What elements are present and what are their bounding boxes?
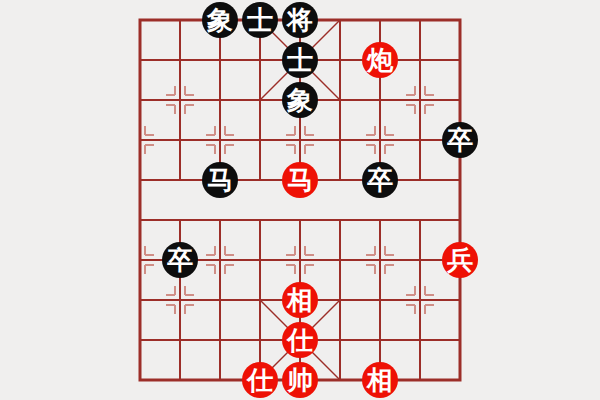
board-cell[interactable]: 兵 (440, 240, 480, 280)
board-cell[interactable]: 仕 (240, 360, 280, 400)
board-cell[interactable] (440, 40, 480, 80)
board-cell[interactable] (280, 200, 320, 240)
piece-red-general[interactable]: 帅 (282, 362, 318, 398)
board-cell[interactable]: 卒 (160, 240, 200, 280)
board-cell[interactable]: 卒 (440, 120, 480, 160)
board-cell[interactable] (120, 240, 160, 280)
board-cell[interactable] (200, 360, 240, 400)
board-cell[interactable] (280, 120, 320, 160)
board-cell[interactable] (320, 360, 360, 400)
board-cell[interactable] (240, 240, 280, 280)
board-cell[interactable]: 马 (200, 160, 240, 200)
board-cell[interactable] (120, 320, 160, 360)
piece-red-soldier[interactable]: 兵 (442, 242, 478, 278)
board-cell[interactable] (360, 280, 400, 320)
board-cell[interactable] (360, 240, 400, 280)
board-cell[interactable] (320, 320, 360, 360)
board-cell[interactable] (240, 120, 280, 160)
board-cell[interactable]: 卒 (360, 160, 400, 200)
board-cell[interactable]: 相 (360, 360, 400, 400)
board-cell[interactable] (320, 120, 360, 160)
board-cell[interactable] (200, 80, 240, 120)
board-cell[interactable] (320, 160, 360, 200)
board-cell[interactable] (120, 80, 160, 120)
board-cell[interactable] (200, 40, 240, 80)
piece-black-soldier[interactable]: 卒 (162, 242, 198, 278)
board-cell[interactable] (320, 80, 360, 120)
piece-red-advisor[interactable]: 仕 (242, 362, 278, 398)
board-cell[interactable] (440, 0, 480, 40)
board-cell[interactable] (440, 280, 480, 320)
board-cell[interactable] (120, 120, 160, 160)
board-cell[interactable] (400, 280, 440, 320)
board-cell[interactable] (320, 200, 360, 240)
piece-black-elephant[interactable]: 象 (282, 82, 318, 118)
board-cell[interactable] (400, 80, 440, 120)
board-cell[interactable] (440, 80, 480, 120)
board-cell[interactable] (440, 320, 480, 360)
board-cell[interactable] (160, 360, 200, 400)
board-cell[interactable] (120, 160, 160, 200)
piece-black-soldier[interactable]: 卒 (442, 122, 478, 158)
piece-red-horse[interactable]: 马 (282, 162, 318, 198)
board-cell[interactable]: 象 (200, 0, 240, 40)
board-cell[interactable] (400, 120, 440, 160)
piece-black-horse[interactable]: 马 (202, 162, 238, 198)
board-cell[interactable] (360, 120, 400, 160)
board-cell[interactable] (240, 320, 280, 360)
board-cell[interactable] (160, 0, 200, 40)
board-cell[interactable] (440, 200, 480, 240)
board-cell[interactable] (240, 80, 280, 120)
board-cell[interactable]: 士 (280, 40, 320, 80)
board-cell[interactable] (240, 160, 280, 200)
board-cell[interactable] (200, 120, 240, 160)
board-cell[interactable] (200, 280, 240, 320)
board-cell[interactable] (400, 0, 440, 40)
board-cell[interactable] (320, 240, 360, 280)
board-cell[interactable] (160, 160, 200, 200)
board-cell[interactable] (280, 240, 320, 280)
piece-black-elephant[interactable]: 象 (202, 2, 238, 38)
board-cell[interactable]: 将 (280, 0, 320, 40)
board-cell[interactable] (240, 280, 280, 320)
board-cell[interactable] (160, 80, 200, 120)
board-cell[interactable]: 帅 (280, 360, 320, 400)
board-cell[interactable] (160, 200, 200, 240)
board-cell[interactable] (400, 160, 440, 200)
board-cell[interactable] (400, 360, 440, 400)
board-cell[interactable] (160, 120, 200, 160)
board-cell[interactable]: 相 (280, 280, 320, 320)
board-cell[interactable] (120, 200, 160, 240)
board-cell[interactable] (120, 0, 160, 40)
board-cell[interactable] (400, 240, 440, 280)
board-cell[interactable]: 仕 (280, 320, 320, 360)
board-cell[interactable] (320, 280, 360, 320)
piece-red-elephant[interactable]: 相 (282, 282, 318, 318)
board-cell[interactable] (200, 320, 240, 360)
board-cell[interactable] (200, 240, 240, 280)
board-cell[interactable] (200, 200, 240, 240)
piece-red-cannon[interactable]: 炮 (362, 42, 398, 78)
board-cell[interactable] (360, 80, 400, 120)
board-cell[interactable]: 炮 (360, 40, 400, 80)
board-cell[interactable] (360, 0, 400, 40)
piece-black-advisor[interactable]: 士 (282, 42, 318, 78)
board-cell[interactable] (400, 200, 440, 240)
board-cell[interactable]: 象 (280, 80, 320, 120)
board-cell[interactable] (120, 40, 160, 80)
board-cell[interactable] (440, 160, 480, 200)
piece-red-elephant[interactable]: 相 (362, 362, 398, 398)
board-cell[interactable] (160, 280, 200, 320)
piece-black-general[interactable]: 将 (282, 2, 318, 38)
board-cell[interactable]: 马 (280, 160, 320, 200)
board-cell[interactable] (440, 360, 480, 400)
piece-black-advisor[interactable]: 士 (242, 2, 278, 38)
board-cell[interactable] (160, 320, 200, 360)
board-cell[interactable] (240, 40, 280, 80)
board-cell[interactable] (320, 40, 360, 80)
xiangqi-board: 象士将士炮象卒马马卒卒兵相仕仕帅相 (120, 0, 480, 400)
board-cell[interactable] (400, 40, 440, 80)
board-cell[interactable] (400, 320, 440, 360)
board-cells: 象士将士炮象卒马马卒卒兵相仕仕帅相 (120, 0, 480, 400)
piece-black-soldier[interactable]: 卒 (362, 162, 398, 198)
xiangqi-diagram: 象士将士炮象卒马马卒卒兵相仕仕帅相 (0, 0, 600, 400)
board-cell[interactable] (240, 200, 280, 240)
board-cell[interactable] (160, 40, 200, 80)
piece-red-advisor[interactable]: 仕 (282, 322, 318, 358)
board-cell[interactable] (120, 360, 160, 400)
board-cell[interactable] (360, 320, 400, 360)
board-cell[interactable] (120, 280, 160, 320)
board-cell[interactable]: 士 (240, 0, 280, 40)
board-cell[interactable] (320, 0, 360, 40)
board-cell[interactable] (360, 200, 400, 240)
